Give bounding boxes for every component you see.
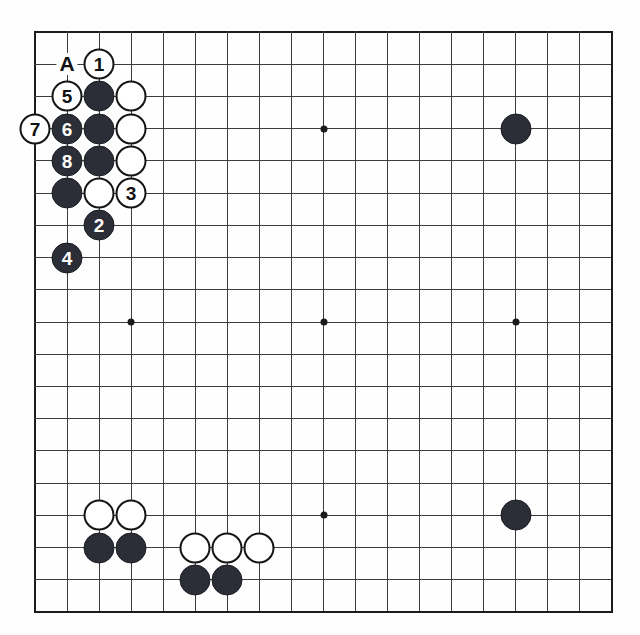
grid-line-horizontal xyxy=(34,611,613,613)
white-stone xyxy=(116,145,147,176)
white-stone xyxy=(212,532,243,563)
star-point xyxy=(320,319,327,326)
star-point xyxy=(512,319,519,326)
grid-line-vertical xyxy=(611,31,613,613)
grid-line-vertical xyxy=(355,31,356,613)
black-stone xyxy=(500,113,531,144)
move-number-label: 2 xyxy=(94,216,105,235)
black-stone-move-4: 4 xyxy=(52,242,83,273)
grid-line-vertical xyxy=(419,31,420,613)
black-stone xyxy=(212,564,243,595)
white-stone xyxy=(84,500,115,531)
white-stone xyxy=(116,113,147,144)
black-stone xyxy=(84,145,115,176)
white-stone-move-1: 1 xyxy=(84,49,115,80)
white-stone xyxy=(180,532,211,563)
move-number-label: 6 xyxy=(62,119,73,138)
grid-line-vertical xyxy=(387,31,388,613)
black-stone xyxy=(52,178,83,209)
move-number-label: 5 xyxy=(62,87,73,106)
white-stone-move-7: 7 xyxy=(20,113,51,144)
white-stone xyxy=(116,81,147,112)
grid-line-horizontal xyxy=(34,418,613,419)
white-stone-move-3: 3 xyxy=(116,178,147,209)
point-label-A: A xyxy=(56,53,77,75)
black-stone-move-2: 2 xyxy=(84,210,115,241)
grid-line-vertical xyxy=(579,31,580,613)
white-stone xyxy=(244,532,275,563)
grid-line-vertical xyxy=(483,31,484,613)
move-number-label: 7 xyxy=(30,119,41,138)
black-stone xyxy=(180,564,211,595)
star-point xyxy=(320,512,327,519)
star-point xyxy=(128,319,135,326)
go-diagram-page: A15768324 xyxy=(0,0,640,635)
black-stone xyxy=(84,81,115,112)
grid-line-horizontal xyxy=(34,579,613,580)
white-stone-move-5: 5 xyxy=(52,81,83,112)
white-stone xyxy=(116,500,147,531)
black-stone xyxy=(116,532,147,563)
star-point xyxy=(320,125,327,132)
black-stone xyxy=(500,500,531,531)
black-stone-move-8: 8 xyxy=(52,145,83,176)
white-stone xyxy=(84,178,115,209)
grid-line-horizontal xyxy=(34,354,613,355)
black-stone-move-6: 6 xyxy=(52,113,83,144)
grid-line-vertical xyxy=(547,31,548,613)
move-number-label: 8 xyxy=(62,151,73,170)
move-number-label: 3 xyxy=(126,184,137,203)
grid-line-vertical xyxy=(451,31,452,613)
black-stone xyxy=(84,532,115,563)
move-number-label: 4 xyxy=(62,248,73,267)
grid-line-horizontal xyxy=(34,450,613,451)
grid-line-horizontal xyxy=(34,483,613,484)
black-stone xyxy=(84,113,115,144)
grid-line-horizontal xyxy=(34,386,613,387)
move-number-label: 1 xyxy=(94,55,105,74)
go-board: A15768324 xyxy=(0,0,640,635)
